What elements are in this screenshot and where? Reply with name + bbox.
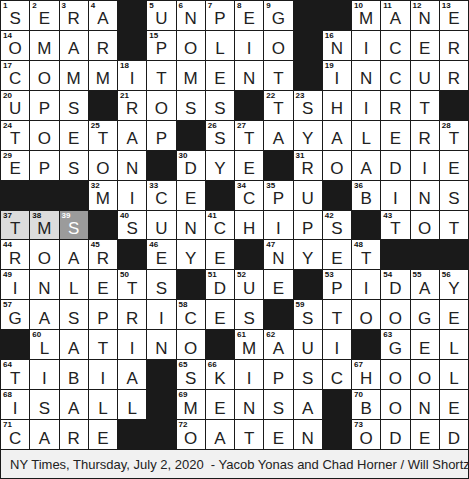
grid-cell[interactable]: E	[440, 300, 468, 329]
grid-cell[interactable]: O	[381, 390, 409, 419]
clue-number: 5	[149, 2, 153, 10]
grid-cell[interactable]: 30D	[177, 151, 205, 180]
grid-cell[interactable]: 6N	[177, 1, 205, 30]
grid-cell[interactable]: S	[235, 300, 263, 329]
cell-letter: S	[214, 100, 225, 117]
grid-cell[interactable]: 45R	[89, 240, 117, 269]
grid-cell[interactable]: S	[440, 181, 468, 210]
cell-letter: R	[67, 10, 79, 27]
grid-cell[interactable]: R	[440, 31, 468, 60]
grid-cell[interactable]: O	[411, 211, 439, 240]
grid-cell[interactable]: 55A	[411, 270, 439, 299]
grid-cell[interactable]: 40S	[118, 211, 146, 240]
grid-cell[interactable]: O	[30, 121, 58, 150]
grid-cell[interactable]: R	[411, 121, 439, 150]
grid-cell[interactable]: 69M	[177, 390, 205, 419]
cell-letter: R	[418, 130, 430, 147]
cell-letter: N	[272, 250, 284, 267]
grid-cell[interactable]: P	[30, 91, 58, 120]
grid-cell[interactable]: O	[323, 151, 351, 180]
grid-cell[interactable]: 39S	[60, 211, 88, 240]
grid-cell[interactable]: 23S	[294, 91, 322, 120]
cell-letter: I	[42, 370, 47, 387]
grid-cell[interactable]: 5U	[147, 1, 175, 30]
attribution-bar: NY Times, Thursday, July 2, 2020 - Yacob…	[1, 450, 468, 478]
grid-cell[interactable]: O	[177, 330, 205, 359]
grid-cell[interactable]: R	[381, 91, 409, 120]
grid-cell[interactable]: 41C	[206, 211, 234, 240]
grid-cell[interactable]: E	[206, 61, 234, 90]
grid-cell[interactable]: U	[294, 330, 322, 359]
cell-letter: E	[448, 10, 459, 27]
grid-cell[interactable]: 26S	[206, 121, 234, 150]
grid-cell[interactable]: A	[30, 420, 58, 449]
grid-cell[interactable]: 36B	[352, 181, 380, 210]
grid-cell[interactable]: C	[381, 61, 409, 90]
clue-number: 7	[208, 2, 212, 10]
grid-cell[interactable]: 72O	[177, 420, 205, 449]
grid-cell[interactable]: Y	[177, 240, 205, 269]
grid-cell[interactable]: O	[30, 240, 58, 269]
cell-letter: L	[449, 340, 458, 357]
grid-cell[interactable]: O	[381, 360, 409, 389]
grid-cell[interactable]: T	[440, 211, 468, 240]
grid-cell[interactable]: 17C	[1, 61, 29, 90]
cell-letter: U	[301, 340, 313, 357]
grid-cell[interactable]: T	[89, 330, 117, 359]
clue-number: 35	[266, 182, 275, 190]
clue-number: 1	[3, 2, 7, 10]
grid-cell[interactable]: A	[118, 360, 146, 389]
grid-cell[interactable]: B	[60, 360, 88, 389]
grid-cell[interactable]: 70B	[352, 390, 380, 419]
grid-cell[interactable]: A	[60, 31, 88, 60]
cell-letter: O	[389, 310, 402, 327]
grid-cell[interactable]: N	[118, 151, 146, 180]
grid-cell[interactable]: 46E	[147, 240, 175, 269]
grid-cell[interactable]: S	[60, 91, 88, 120]
grid-cell[interactable]: A	[294, 390, 322, 419]
black-cell	[118, 31, 146, 60]
grid-cell[interactable]: 27T	[235, 121, 263, 150]
grid-cell[interactable]: N	[352, 61, 380, 90]
grid-cell[interactable]: E	[440, 390, 468, 419]
cell-letter: N	[418, 10, 430, 27]
grid-cell[interactable]: I	[352, 91, 380, 120]
clue-number: 30	[179, 152, 188, 160]
cell-letter: A	[273, 340, 284, 357]
grid-cell[interactable]: Y	[206, 151, 234, 180]
grid-cell[interactable]: I	[30, 360, 58, 389]
grid-cell[interactable]: T	[235, 420, 263, 449]
attribution-text: NY Times, Thursday, July 2, 2020 - Yacob…	[10, 457, 469, 472]
clue-number: 44	[3, 241, 12, 249]
clue-number: 18	[120, 62, 129, 70]
cell-letter: E	[273, 280, 284, 297]
grid-cell[interactable]: E	[411, 31, 439, 60]
grid-cell[interactable]: 7P	[206, 1, 234, 30]
grid-cell[interactable]: C	[323, 360, 351, 389]
grid-cell[interactable]: 24T	[1, 121, 29, 150]
grid-cell[interactable]: I	[89, 360, 117, 389]
grid-cell[interactable]: E	[264, 270, 292, 299]
grid-cell[interactable]: A	[352, 151, 380, 180]
grid-cell[interactable]: I	[381, 181, 409, 210]
grid-cell[interactable]: R	[89, 31, 117, 60]
cell-letter: M	[242, 340, 256, 357]
grid-cell[interactable]: I	[323, 330, 351, 359]
grid-cell[interactable]: I	[118, 181, 146, 210]
grid-cell[interactable]: 64T	[1, 360, 29, 389]
clue-number: 70	[354, 391, 363, 399]
cell-letter: P	[97, 310, 108, 327]
grid-cell[interactable]: R	[60, 420, 88, 449]
cell-letter: A	[126, 130, 137, 147]
cell-letter: R	[448, 40, 460, 57]
clue-number: 37	[3, 212, 12, 220]
cell-letter: S	[68, 310, 79, 327]
grid-cell[interactable]: I	[352, 270, 380, 299]
grid-cell[interactable]: E	[60, 121, 88, 150]
grid-cell[interactable]: 3R	[60, 1, 88, 30]
grid-cell[interactable]: L	[352, 121, 380, 150]
grid-cell[interactable]: Y	[294, 121, 322, 150]
cell-letter: S	[331, 220, 342, 237]
grid-cell[interactable]: S	[264, 390, 292, 419]
clue-number: 3	[62, 2, 66, 10]
grid-cell[interactable]: N	[235, 390, 263, 419]
grid-cell[interactable]: 47N	[264, 240, 292, 269]
grid-cell[interactable]: E	[206, 390, 234, 419]
cell-letter: M	[37, 220, 51, 237]
grid-cell[interactable]: 16N	[323, 31, 351, 60]
grid-cell[interactable]: M	[89, 61, 117, 90]
grid-cell[interactable]: 43T	[381, 211, 409, 240]
grid-cell[interactable]: 71C	[1, 420, 29, 449]
grid-cell[interactable]: N	[235, 61, 263, 90]
cell-letter: E	[214, 400, 225, 417]
grid-cell[interactable]: E	[323, 240, 351, 269]
grid-cell[interactable]: 48T	[352, 240, 380, 269]
grid-cell[interactable]: L	[440, 360, 468, 389]
grid-cell[interactable]: 63G	[381, 330, 409, 359]
black-cell	[1, 330, 29, 359]
grid-cell[interactable]: 2E	[30, 1, 58, 30]
grid-cell[interactable]: 31R	[294, 151, 322, 180]
cell-letter: R	[448, 70, 460, 87]
clue-number: 63	[383, 331, 392, 339]
grid-cell[interactable]: E	[411, 420, 439, 449]
grid-cell[interactable]: 73O	[352, 420, 380, 449]
grid-cell[interactable]: I	[411, 151, 439, 180]
clue-number: 62	[266, 331, 275, 339]
grid-cell[interactable]: 19I	[323, 61, 351, 90]
grid-cell[interactable]: 59S	[294, 300, 322, 329]
grid-cell[interactable]: 66K	[206, 360, 234, 389]
grid-cell[interactable]: N	[177, 211, 205, 240]
cell-letter: P	[273, 370, 284, 387]
grid-cell[interactable]: A	[60, 390, 88, 419]
cell-letter: N	[360, 70, 372, 87]
cell-letter: E	[419, 40, 430, 57]
grid-cell[interactable]: 56Y	[440, 270, 468, 299]
grid-cell[interactable]: 37T	[1, 211, 29, 240]
grid-cell[interactable]: O	[89, 151, 117, 180]
grid-cell[interactable]: M	[177, 61, 205, 90]
cell-letter: U	[301, 190, 313, 207]
grid-cell[interactable]: L	[440, 330, 468, 359]
grid-cell[interactable]: O	[30, 61, 58, 90]
grid-cell[interactable]: 68I	[1, 390, 29, 419]
grid-cell[interactable]: 32M	[89, 181, 117, 210]
grid-cell[interactable]: O	[177, 31, 205, 60]
grid-cell[interactable]: 11A	[381, 1, 409, 30]
cell-letter: N	[38, 280, 50, 297]
black-cell	[1, 181, 29, 210]
black-cell	[147, 360, 175, 389]
black-cell	[440, 91, 468, 120]
grid-cell[interactable]: 8E	[235, 1, 263, 30]
grid-cell[interactable]: 61M	[235, 330, 263, 359]
grid-cell[interactable]: Y	[294, 240, 322, 269]
grid-cell[interactable]: 13E	[440, 1, 468, 30]
grid-cell[interactable]: M	[60, 61, 88, 90]
grid-cell[interactable]: S	[60, 300, 88, 329]
grid-cell[interactable]: P	[30, 151, 58, 180]
black-cell	[323, 390, 351, 419]
grid-cell[interactable]: T	[411, 91, 439, 120]
cell-letter: N	[418, 190, 430, 207]
grid-cell[interactable]: H	[235, 211, 263, 240]
grid-cell[interactable]: E	[206, 300, 234, 329]
clue-number: 52	[237, 271, 246, 279]
black-cell	[440, 240, 468, 269]
grid-cell[interactable]: 51D	[206, 270, 234, 299]
grid-cell[interactable]: I	[235, 31, 263, 60]
black-cell	[294, 270, 322, 299]
cell-letter: T	[332, 310, 342, 327]
grid-cell[interactable]: I	[352, 31, 380, 60]
grid-cell[interactable]: S	[60, 151, 88, 180]
grid-cell[interactable]: L	[60, 270, 88, 299]
cell-letter: O	[38, 130, 51, 147]
grid-cell[interactable]: N	[147, 330, 175, 359]
grid-cell[interactable]: O	[264, 31, 292, 60]
grid-cell[interactable]: R	[118, 300, 146, 329]
grid-cell[interactable]: S	[206, 91, 234, 120]
cell-letter: M	[37, 40, 51, 57]
cell-letter: P	[39, 100, 50, 117]
crossword-grid: 1S2E3R4A5U6N7P8E9G10M11A12N13E14OMAR15PO…	[1, 1, 468, 450]
grid-cell[interactable]: A	[206, 420, 234, 449]
black-cell	[323, 420, 351, 449]
cell-letter: Y	[214, 160, 225, 177]
clue-number: 72	[179, 421, 188, 429]
grid-cell[interactable]: H	[323, 91, 351, 120]
grid-cell[interactable]: P	[147, 121, 175, 150]
grid-cell[interactable]: 14O	[1, 31, 29, 60]
grid-cell[interactable]: P	[294, 211, 322, 240]
cell-letter: E	[185, 190, 196, 207]
grid-cell[interactable]: L	[89, 390, 117, 419]
grid-cell[interactable]: E	[381, 121, 409, 150]
cell-letter: H	[243, 220, 255, 237]
cell-letter: T	[273, 70, 283, 87]
cell-letter: R	[97, 40, 109, 57]
grid-cell[interactable]: 53P	[323, 270, 351, 299]
cell-letter: A	[390, 10, 401, 27]
cell-letter: I	[101, 370, 106, 387]
grid-cell[interactable]: A	[60, 240, 88, 269]
grid-cell[interactable]: 29E	[1, 151, 29, 180]
cell-letter: I	[13, 400, 18, 417]
grid-cell[interactable]: I	[235, 360, 263, 389]
grid-cell[interactable]: 42S	[323, 211, 351, 240]
clue-number: 64	[3, 361, 12, 369]
grid-cell[interactable]: 62A	[264, 330, 292, 359]
clue-number: 29	[3, 152, 12, 160]
cell-letter: O	[360, 310, 373, 327]
grid-cell[interactable]: 33C	[147, 181, 175, 210]
grid-cell[interactable]: N	[30, 270, 58, 299]
black-cell	[206, 330, 234, 359]
grid-cell[interactable]: L	[206, 31, 234, 60]
cell-letter: L	[361, 130, 370, 147]
clue-number: 68	[3, 391, 12, 399]
black-cell	[323, 181, 351, 210]
grid-cell[interactable]: 60L	[30, 330, 58, 359]
grid-cell[interactable]: A	[60, 330, 88, 359]
grid-cell[interactable]: 15P	[147, 31, 175, 60]
grid-cell[interactable]: 44R	[1, 240, 29, 269]
grid-cell[interactable]: T	[147, 61, 175, 90]
grid-cell[interactable]: U	[411, 61, 439, 90]
grid-cell[interactable]: E	[264, 420, 292, 449]
grid-cell[interactable]: A	[118, 121, 146, 150]
grid-cell[interactable]: 49I	[1, 270, 29, 299]
cell-letter: I	[364, 40, 369, 57]
grid-cell[interactable]: 52U	[235, 270, 263, 299]
grid-cell[interactable]: 57G	[1, 300, 29, 329]
cell-letter: U	[243, 280, 255, 297]
grid-cell[interactable]: U	[294, 181, 322, 210]
grid-cell[interactable]: O	[147, 91, 175, 120]
grid-cell[interactable]: U	[147, 211, 175, 240]
grid-cell[interactable]: I	[147, 300, 175, 329]
clue-number: 8	[237, 2, 241, 10]
grid-cell[interactable]: 22T	[264, 91, 292, 120]
grid-cell[interactable]: S	[30, 390, 58, 419]
clue-number: 25	[91, 122, 100, 130]
grid-cell[interactable]: A	[264, 121, 292, 150]
grid-cell[interactable]: 50T	[118, 270, 146, 299]
grid-cell[interactable]: E	[177, 181, 205, 210]
grid-cell[interactable]: 10M	[352, 1, 380, 30]
grid-cell[interactable]: E	[89, 270, 117, 299]
grid-cell[interactable]: N	[411, 390, 439, 419]
cell-letter: I	[276, 220, 281, 237]
cell-letter: C	[243, 190, 255, 207]
cell-letter: E	[214, 250, 225, 267]
cell-letter: Y	[302, 130, 313, 147]
grid-cell[interactable]: C	[381, 31, 409, 60]
cell-letter: O	[360, 430, 373, 447]
clue-number: 4	[91, 2, 95, 10]
grid-cell[interactable]: R	[440, 61, 468, 90]
grid-cell[interactable]: D	[381, 151, 409, 180]
grid-cell[interactable]: A	[323, 121, 351, 150]
grid-cell[interactable]: D	[440, 420, 468, 449]
clue-number: 15	[149, 32, 158, 40]
grid-cell[interactable]: M	[30, 31, 58, 60]
grid-cell[interactable]: I	[264, 211, 292, 240]
grid-cell[interactable]: O	[381, 300, 409, 329]
grid-cell[interactable]: O	[352, 300, 380, 329]
grid-cell[interactable]: S	[177, 91, 205, 120]
grid-cell[interactable]: 12N	[411, 1, 439, 30]
grid-cell[interactable]: E	[440, 151, 468, 180]
grid-cell[interactable]: 28T	[440, 121, 468, 150]
grid-cell[interactable]: 35P	[264, 181, 292, 210]
grid-cell[interactable]: 25T	[89, 121, 117, 150]
grid-cell[interactable]: D	[381, 420, 409, 449]
grid-cell[interactable]: T	[264, 61, 292, 90]
grid-cell[interactable]: O	[411, 360, 439, 389]
cell-letter: B	[360, 190, 371, 207]
grid-cell[interactable]: 67H	[352, 360, 380, 389]
black-cell	[118, 240, 146, 269]
grid-cell[interactable]: 21R	[118, 91, 146, 120]
grid-cell[interactable]: 4A	[89, 1, 117, 30]
grid-cell[interactable]: N	[411, 181, 439, 210]
cell-letter: D	[448, 430, 460, 447]
cell-letter: S	[156, 280, 167, 297]
grid-cell[interactable]: 20U	[1, 91, 29, 120]
grid-cell[interactable]: E	[411, 330, 439, 359]
grid-cell[interactable]: N	[294, 420, 322, 449]
grid-cell[interactable]: A	[30, 300, 58, 329]
grid-cell[interactable]: 58C	[177, 300, 205, 329]
grid-cell[interactable]: P	[89, 300, 117, 329]
cell-letter: P	[39, 160, 50, 177]
grid-cell[interactable]: 38M	[30, 211, 58, 240]
grid-cell[interactable]: L	[118, 390, 146, 419]
grid-cell[interactable]: I	[118, 330, 146, 359]
cell-letter: S	[243, 310, 254, 327]
grid-cell[interactable]: G	[411, 300, 439, 329]
grid-cell[interactable]: S	[147, 270, 175, 299]
cell-letter: S	[68, 100, 79, 117]
grid-cell[interactable]: E	[89, 420, 117, 449]
cell-letter: A	[68, 250, 79, 267]
cell-letter: S	[185, 100, 196, 117]
grid-cell[interactable]: 1S	[1, 1, 29, 30]
grid-cell[interactable]: P	[264, 360, 292, 389]
grid-cell[interactable]: 9G	[264, 1, 292, 30]
grid-cell[interactable]: 34C	[235, 181, 263, 210]
grid-cell[interactable]: E	[235, 151, 263, 180]
clue-number: 59	[296, 301, 305, 309]
grid-cell[interactable]: 18I	[118, 61, 146, 90]
grid-cell[interactable]: T	[323, 300, 351, 329]
clue-number: 27	[237, 122, 246, 130]
grid-cell[interactable]: S	[294, 360, 322, 389]
cell-letter: M	[184, 70, 198, 87]
grid-cell[interactable]: 65S	[177, 360, 205, 389]
grid-cell[interactable]: 54D	[381, 270, 409, 299]
grid-cell[interactable]: E	[206, 240, 234, 269]
cell-letter: L	[98, 400, 107, 417]
